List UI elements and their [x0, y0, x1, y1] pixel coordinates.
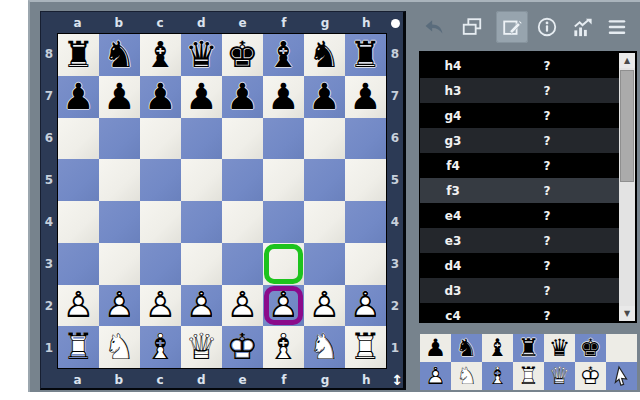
- piece-outline: ♙: [222, 285, 263, 327]
- piece-black-p: ♟: [345, 76, 386, 118]
- piece-glyph: ♟: [420, 334, 451, 362]
- palette-white-p[interactable]: ♟♙: [420, 362, 451, 390]
- piece-outline: ♙: [181, 285, 222, 327]
- square-h7[interactable]: ♟: [345, 76, 386, 118]
- square-d5[interactable]: [181, 159, 222, 201]
- piece-black-p: ♟: [99, 76, 140, 118]
- move-row-e4[interactable]: e4?: [420, 203, 620, 228]
- square-e3[interactable]: [222, 243, 263, 285]
- file-label-a: a: [57, 369, 98, 390]
- palette-black-p[interactable]: ♟: [420, 334, 451, 362]
- square-b1[interactable]: ♞♘: [99, 326, 140, 368]
- square-d7[interactable]: ♟: [181, 76, 222, 118]
- rank-label-5: 5: [386, 159, 404, 201]
- piece-outline: ♔: [222, 326, 263, 368]
- piece-outline: ♙: [99, 285, 140, 327]
- piece-outline: ♗: [482, 362, 513, 390]
- square-a1[interactable]: ♜♖: [58, 326, 99, 368]
- move-eval: ?: [514, 134, 580, 148]
- move-row-f3[interactable]: f3?: [420, 178, 620, 203]
- palette-black-n[interactable]: ♞: [451, 334, 482, 362]
- square-f2[interactable]: ♟♙: [263, 285, 304, 327]
- piece-white-r: ♜♖: [345, 326, 386, 368]
- square-d8[interactable]: ♛: [181, 34, 222, 76]
- cursor-arrow-icon: [612, 365, 632, 387]
- palette-empty-cell[interactable]: [606, 334, 637, 362]
- rank-label-6: 6: [41, 117, 57, 159]
- palette-black-q[interactable]: ♛: [544, 334, 575, 362]
- move-row-h4[interactable]: h4?: [420, 53, 620, 78]
- piece-outline: ♕: [181, 326, 222, 368]
- palette-white-k[interactable]: ♚♔: [575, 362, 606, 390]
- move-label: e4: [420, 209, 486, 223]
- move-label: g4: [420, 109, 486, 123]
- piece-outline: ♗: [263, 326, 304, 368]
- square-b5[interactable]: [99, 159, 140, 201]
- move-eval: ?: [514, 284, 580, 298]
- piece-glyph: ♚: [575, 334, 606, 362]
- square-e7[interactable]: ♟: [222, 76, 263, 118]
- piece-glyph: ♝: [140, 34, 181, 76]
- rank-label-6: 6: [386, 117, 404, 159]
- rank-labels-right: 87654321: [386, 33, 404, 369]
- piece-outline: ♖: [58, 326, 99, 368]
- square-e8[interactable]: ♚: [222, 34, 263, 76]
- piece-white-p: ♟♙: [420, 362, 451, 390]
- move-row-e3[interactable]: e3?: [420, 228, 620, 253]
- piece-glyph: ♝: [482, 334, 513, 362]
- highlight-f3: [264, 244, 303, 284]
- piece-outline: ♙: [58, 285, 99, 327]
- piece-black-k: ♚: [575, 334, 606, 362]
- piece-outline: ♙: [420, 362, 451, 390]
- move-label: d4: [420, 259, 486, 273]
- scroll-up-icon[interactable]: ▲: [619, 53, 635, 68]
- piece-black-b: ♝: [140, 34, 181, 76]
- rank-label-3: 3: [386, 243, 404, 285]
- square-d6[interactable]: [181, 118, 222, 160]
- file-label-h: h: [346, 369, 387, 390]
- move-list: h4?h3?g4?g3?f4?f3?e4?e3?d4?d3?c4? ▲ ▼: [419, 51, 637, 323]
- piece-outline: ♙: [304, 285, 345, 327]
- edit-icon[interactable]: [496, 11, 528, 43]
- piece-outline: ♘: [304, 326, 345, 368]
- piece-black-r: ♜: [513, 334, 544, 362]
- square-h4[interactable]: [345, 201, 386, 243]
- piece-black-k: ♚: [222, 34, 263, 76]
- square-f1[interactable]: ♝♗: [263, 326, 304, 368]
- app-window: abcdefgh abcdefgh 87654321 87654321 ↕ ♜♞…: [28, 0, 640, 392]
- move-eval: ?: [514, 84, 580, 98]
- piece-white-p: ♟♙: [181, 285, 222, 327]
- move-eval: ?: [514, 209, 580, 223]
- palette-black-b[interactable]: ♝: [482, 334, 513, 362]
- file-labels-bottom: abcdefgh: [57, 369, 387, 390]
- move-label: h4: [420, 59, 486, 73]
- piece-white-r: ♜♖: [513, 362, 544, 390]
- file-label-f: f: [263, 12, 304, 33]
- move-eval: ?: [514, 184, 580, 198]
- square-f6[interactable]: [263, 118, 304, 160]
- rank-labels-left: 87654321: [41, 33, 57, 369]
- piece-black-q: ♛: [181, 34, 222, 76]
- board-frame: abcdefgh abcdefgh 87654321 87654321 ↕ ♜♞…: [40, 11, 406, 390]
- piece-white-p: ♟♙: [99, 285, 140, 327]
- piece-glyph: ♛: [181, 34, 222, 76]
- square-b7[interactable]: ♟: [99, 76, 140, 118]
- piece-black-n: ♞: [451, 334, 482, 362]
- rank-label-5: 5: [41, 159, 57, 201]
- square-h5[interactable]: [345, 159, 386, 201]
- square-c2[interactable]: ♟♙: [140, 285, 181, 327]
- square-a3[interactable]: [58, 243, 99, 285]
- file-label-b: b: [98, 12, 139, 33]
- square-a6[interactable]: [58, 118, 99, 160]
- piece-glyph: ♞: [304, 34, 345, 76]
- piece-glyph: ♞: [451, 334, 482, 362]
- move-eval: ?: [514, 309, 580, 323]
- square-b8[interactable]: ♞: [99, 34, 140, 76]
- piece-black-n: ♞: [304, 34, 345, 76]
- scrollbar-track[interactable]: ▲ ▼: [619, 53, 635, 321]
- square-g2[interactable]: ♟♙: [304, 285, 345, 327]
- piece-outline: ♙: [345, 285, 386, 327]
- piece-glyph: ♟: [99, 76, 140, 118]
- rank-label-3: 3: [41, 243, 57, 285]
- square-h1[interactable]: ♜♖: [345, 326, 386, 368]
- move-label: d3: [420, 284, 486, 298]
- piece-outline: ♘: [99, 326, 140, 368]
- move-row-h3[interactable]: h3?: [420, 78, 620, 103]
- rank-label-1: 1: [41, 327, 57, 369]
- file-label-a: a: [57, 12, 98, 33]
- piece-glyph: ♛: [544, 334, 575, 362]
- square-c1[interactable]: ♝♗: [140, 326, 181, 368]
- rank-label-2: 2: [41, 285, 57, 327]
- piece-white-n: ♞♘: [99, 326, 140, 368]
- square-a4[interactable]: [58, 201, 99, 243]
- piece-glyph: ♜: [513, 334, 544, 362]
- piece-outline: ♖: [513, 362, 544, 390]
- square-c8[interactable]: ♝: [140, 34, 181, 76]
- palette-white-q[interactable]: ♛♕: [544, 362, 575, 390]
- piece-white-b: ♝♗: [140, 326, 181, 368]
- piece-black-p: ♟: [140, 76, 181, 118]
- square-a5[interactable]: [58, 159, 99, 201]
- piece-outline: ♙: [140, 285, 181, 327]
- rank-label-1: 1: [386, 327, 404, 369]
- file-label-d: d: [181, 12, 222, 33]
- rank-label-7: 7: [386, 75, 404, 117]
- square-e5[interactable]: [222, 159, 263, 201]
- file-label-e: e: [222, 12, 263, 33]
- file-label-b: b: [98, 369, 139, 390]
- side-to-move-indicator: [391, 19, 400, 28]
- square-e4[interactable]: [222, 201, 263, 243]
- piece-glyph: ♟: [345, 76, 386, 118]
- piece-palette: ♟♞♝♜♛♚♟♙♞♘♝♗♜♖♛♕♚♔: [420, 334, 637, 390]
- file-label-e: e: [222, 369, 263, 390]
- rank-label-2: 2: [386, 285, 404, 327]
- piece-glyph: ♜: [58, 34, 99, 76]
- square-c5[interactable]: [140, 159, 181, 201]
- palette-white-n[interactable]: ♞♘: [451, 362, 482, 390]
- palette-white-b[interactable]: ♝♗: [482, 362, 513, 390]
- piece-outline: ♗: [140, 326, 181, 368]
- square-h3[interactable]: [345, 243, 386, 285]
- square-a2[interactable]: ♟♙: [58, 285, 99, 327]
- piece-black-p: ♟: [181, 76, 222, 118]
- scroll-down-icon[interactable]: ▼: [619, 306, 635, 321]
- rank-label-4: 4: [386, 201, 404, 243]
- square-g3[interactable]: [304, 243, 345, 285]
- move-eval: ?: [514, 259, 580, 273]
- square-h8[interactable]: ♜: [345, 34, 386, 76]
- square-f3[interactable]: [263, 243, 304, 285]
- piece-white-r: ♜♖: [58, 326, 99, 368]
- file-label-c: c: [140, 369, 181, 390]
- square-d4[interactable]: [181, 201, 222, 243]
- piece-white-n: ♞♘: [304, 326, 345, 368]
- square-g4[interactable]: [304, 201, 345, 243]
- move-row-d3[interactable]: d3?: [420, 278, 620, 303]
- square-b3[interactable]: [99, 243, 140, 285]
- piece-outline: ♕: [544, 362, 575, 390]
- piece-black-p: ♟: [304, 76, 345, 118]
- info-icon[interactable]: [531, 11, 563, 43]
- square-a7[interactable]: ♟: [58, 76, 99, 118]
- undo-icon[interactable]: [418, 11, 450, 43]
- square-c3[interactable]: [140, 243, 181, 285]
- square-f4[interactable]: [263, 201, 304, 243]
- piece-white-p: ♟♙: [304, 285, 345, 327]
- piece-white-p: ♟♙: [140, 285, 181, 327]
- piece-white-b: ♝♗: [482, 362, 513, 390]
- move-row-c4[interactable]: c4?: [420, 303, 620, 323]
- move-eval: ?: [514, 159, 580, 173]
- piece-black-p: ♟: [58, 76, 99, 118]
- file-label-g: g: [305, 12, 346, 33]
- piece-glyph: ♟: [181, 76, 222, 118]
- square-b4[interactable]: [99, 201, 140, 243]
- piece-white-q: ♛♕: [544, 362, 575, 390]
- piece-black-p: ♟: [420, 334, 451, 362]
- board-grid: ♜♞♝♛♚♝♞♜♟♟♟♟♟♟♟♟♟♙♟♙♟♙♟♙♟♙♟♙♟♙♟♙♜♖♞♘♝♗♛♕…: [57, 33, 387, 369]
- move-eval: ?: [514, 234, 580, 248]
- piece-white-n: ♞♘: [451, 362, 482, 390]
- piece-glyph: ♝: [263, 34, 304, 76]
- square-e6[interactable]: [222, 118, 263, 160]
- piece-black-p: ♟: [263, 76, 304, 118]
- menu-icon[interactable]: [601, 11, 633, 43]
- piece-glyph: ♚: [222, 34, 263, 76]
- piece-black-r: ♜: [345, 34, 386, 76]
- move-list-rows: h4?h3?g4?g3?f4?f3?e4?e3?d4?d3?c4?: [420, 53, 620, 323]
- piece-glyph: ♟: [304, 76, 345, 118]
- file-label-f: f: [263, 369, 304, 390]
- file-label-c: c: [140, 12, 181, 33]
- piece-black-q: ♛: [544, 334, 575, 362]
- move-row-f4[interactable]: f4?: [420, 153, 620, 178]
- scrollbar-thumb[interactable]: [620, 70, 634, 182]
- piece-white-k: ♚♔: [575, 362, 606, 390]
- rank-label-7: 7: [41, 75, 57, 117]
- move-label: f4: [420, 159, 486, 173]
- piece-white-p: ♟♙: [58, 285, 99, 327]
- square-c4[interactable]: [140, 201, 181, 243]
- piece-white-b: ♝♗: [263, 326, 304, 368]
- piece-black-r: ♜: [58, 34, 99, 76]
- square-g5[interactable]: [304, 159, 345, 201]
- piece-glyph: ♟: [263, 76, 304, 118]
- square-c6[interactable]: [140, 118, 181, 160]
- cursor-tool[interactable]: [606, 362, 637, 390]
- piece-white-p: ♟♙: [263, 285, 304, 327]
- piece-white-k: ♚♔: [222, 326, 263, 368]
- piece-white-p: ♟♙: [345, 285, 386, 327]
- piece-outline: ♔: [575, 362, 606, 390]
- piece-glyph: ♟: [58, 76, 99, 118]
- piece-glyph: ♞: [99, 34, 140, 76]
- cascade-windows-icon[interactable]: [456, 11, 488, 43]
- square-a8[interactable]: ♜: [58, 34, 99, 76]
- move-label: h3: [420, 84, 486, 98]
- piece-black-p: ♟: [222, 76, 263, 118]
- piece-glyph: ♟: [140, 76, 181, 118]
- file-labels-top: abcdefgh: [57, 12, 387, 33]
- move-label: e3: [420, 234, 486, 248]
- piece-outline: ♙: [263, 285, 304, 327]
- file-label-d: d: [181, 369, 222, 390]
- move-row-g3[interactable]: g3?: [420, 128, 620, 153]
- piece-black-b: ♝: [263, 34, 304, 76]
- square-d3[interactable]: [181, 243, 222, 285]
- rank-label-8: 8: [41, 33, 57, 75]
- square-b6[interactable]: [99, 118, 140, 160]
- piece-outline: ♘: [451, 362, 482, 390]
- square-f7[interactable]: ♟: [263, 76, 304, 118]
- stats-icon[interactable]: [566, 11, 598, 43]
- square-g7[interactable]: ♟: [304, 76, 345, 118]
- move-row-d4[interactable]: d4?: [420, 253, 620, 278]
- square-g1[interactable]: ♞♘: [304, 326, 345, 368]
- piece-black-n: ♞: [99, 34, 140, 76]
- square-f8[interactable]: ♝: [263, 34, 304, 76]
- palette-white-r[interactable]: ♜♖: [513, 362, 544, 390]
- square-b2[interactable]: ♟♙: [99, 285, 140, 327]
- square-e1[interactable]: ♚♔: [222, 326, 263, 368]
- move-row-g4[interactable]: g4?: [420, 103, 620, 128]
- palette-black-r[interactable]: ♜: [513, 334, 544, 362]
- square-h6[interactable]: [345, 118, 386, 160]
- square-d2[interactable]: ♟♙: [181, 285, 222, 327]
- piece-black-b: ♝: [482, 334, 513, 362]
- move-label: g3: [420, 134, 486, 148]
- palette-black-k[interactable]: ♚: [575, 334, 606, 362]
- square-d1[interactable]: ♛♕: [181, 326, 222, 368]
- move-eval: ?: [514, 109, 580, 123]
- square-g8[interactable]: ♞: [304, 34, 345, 76]
- square-f5[interactable]: [263, 159, 304, 201]
- move-label: f3: [420, 184, 486, 198]
- piece-outline: ♖: [345, 326, 386, 368]
- piece-glyph: ♟: [222, 76, 263, 118]
- square-c7[interactable]: ♟: [140, 76, 181, 118]
- file-label-g: g: [305, 369, 346, 390]
- rank-label-4: 4: [41, 201, 57, 243]
- file-label-h: h: [346, 12, 387, 33]
- move-eval: ?: [514, 59, 580, 73]
- flip-board-icon[interactable]: ↕: [390, 371, 404, 389]
- rank-label-8: 8: [386, 33, 404, 75]
- square-e2[interactable]: ♟♙: [222, 285, 263, 327]
- piece-glyph: ♜: [345, 34, 386, 76]
- square-h2[interactable]: ♟♙: [345, 285, 386, 327]
- piece-white-q: ♛♕: [181, 326, 222, 368]
- piece-white-p: ♟♙: [222, 285, 263, 327]
- move-label: c4: [420, 309, 486, 323]
- square-g6[interactable]: [304, 118, 345, 160]
